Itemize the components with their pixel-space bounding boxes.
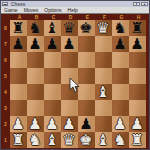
rank-label-1: 1 bbox=[1, 132, 10, 148]
black-pawn-a7: ♟ bbox=[10, 36, 27, 52]
square-e6[interactable] bbox=[78, 52, 95, 68]
board-right-border bbox=[146, 20, 149, 148]
square-d2[interactable]: ♟ bbox=[61, 116, 78, 132]
black-bishop-c8: ♝ bbox=[44, 20, 61, 36]
white-queen-d1: ♛ bbox=[61, 132, 78, 148]
square-g2[interactable]: ♟ bbox=[112, 116, 129, 132]
menu-item-options[interactable]: Options bbox=[44, 7, 61, 13]
square-g7[interactable]: ♟ bbox=[112, 36, 129, 52]
square-c5[interactable] bbox=[44, 68, 61, 84]
white-pawn-b2: ♟ bbox=[27, 116, 44, 132]
white-bishop-c1: ♝ bbox=[44, 132, 61, 148]
rank-label-3: 3 bbox=[1, 100, 10, 116]
square-a4[interactable] bbox=[10, 84, 27, 100]
menu-bar: Game Moves Options Help bbox=[1, 7, 149, 14]
square-a1[interactable]: ♜ bbox=[10, 132, 27, 148]
square-h8[interactable]: ♜ bbox=[129, 20, 146, 36]
black-knight-g8: ♞ bbox=[112, 20, 129, 36]
board-bottom-border bbox=[1, 148, 149, 150]
black-pawn-g7: ♟ bbox=[112, 36, 129, 52]
square-a7[interactable]: ♟ bbox=[10, 36, 27, 52]
square-a2[interactable]: ♟ bbox=[10, 116, 27, 132]
white-knight-g1: ♞ bbox=[112, 132, 129, 148]
square-h4[interactable] bbox=[129, 84, 146, 100]
square-g3[interactable] bbox=[112, 100, 129, 116]
square-h2[interactable]: ♟ bbox=[129, 116, 146, 132]
square-d8[interactable]: ♛ bbox=[61, 20, 78, 36]
square-g4[interactable] bbox=[112, 84, 129, 100]
square-f3[interactable] bbox=[95, 100, 112, 116]
rank-label-5: 5 bbox=[1, 68, 10, 84]
square-d7[interactable]: ♟ bbox=[61, 36, 78, 52]
black-queen-d8: ♛ bbox=[61, 20, 78, 36]
black-pawn-e2: ♟ bbox=[78, 116, 95, 132]
square-e1[interactable]: ♚ bbox=[78, 132, 95, 148]
rank-label-6: 6 bbox=[1, 52, 10, 68]
square-e2[interactable]: ♟ bbox=[78, 116, 95, 132]
square-c7[interactable]: ♟ bbox=[44, 36, 61, 52]
black-pawn-c7: ♟ bbox=[44, 36, 61, 52]
square-b7[interactable]: ♟ bbox=[27, 36, 44, 52]
minimize-button[interactable]: ▼ bbox=[133, 2, 140, 6]
square-e3[interactable] bbox=[78, 100, 95, 116]
square-f2[interactable] bbox=[95, 116, 112, 132]
square-b8[interactable]: ♞ bbox=[27, 20, 44, 36]
square-d6[interactable] bbox=[61, 52, 78, 68]
chess-app-window: ▬ Chess ▼ ▲ Game Moves Options Help ABCD… bbox=[0, 0, 150, 150]
square-b6[interactable] bbox=[27, 52, 44, 68]
white-king-e1: ♚ bbox=[78, 132, 95, 148]
square-e7[interactable] bbox=[78, 36, 95, 52]
square-a8[interactable]: ♜ bbox=[10, 20, 27, 36]
square-d3[interactable] bbox=[61, 100, 78, 116]
white-rook-a1: ♜ bbox=[10, 132, 27, 148]
white-rook-h1: ♜ bbox=[129, 132, 146, 148]
black-pawn-b7: ♟ bbox=[27, 36, 44, 52]
square-f7[interactable] bbox=[95, 36, 112, 52]
square-e5[interactable] bbox=[78, 68, 95, 84]
square-b4[interactable] bbox=[27, 84, 44, 100]
black-rook-a8: ♜ bbox=[10, 20, 27, 36]
black-knight-b8: ♞ bbox=[27, 20, 44, 36]
rank-label-2: 2 bbox=[1, 116, 10, 132]
square-f8[interactable]: ♛ bbox=[95, 20, 112, 36]
menu-item-moves[interactable]: Moves bbox=[24, 7, 39, 13]
square-e8[interactable]: ♚ bbox=[78, 20, 95, 36]
square-b5[interactable] bbox=[27, 68, 44, 84]
black-pawn-h7: ♟ bbox=[129, 36, 146, 52]
white-pawn-g2: ♟ bbox=[112, 116, 129, 132]
black-king-e8: ♚ bbox=[78, 20, 95, 36]
rank-label-4: 4 bbox=[1, 84, 10, 100]
square-h5[interactable] bbox=[129, 68, 146, 84]
rank-label-7: 7 bbox=[1, 36, 10, 52]
white-bishop-f4: ♝ bbox=[95, 84, 112, 100]
white-knight-b1: ♞ bbox=[27, 132, 44, 148]
white-pawn-h2: ♟ bbox=[129, 116, 146, 132]
square-c1[interactable]: ♝ bbox=[44, 132, 61, 148]
maximize-button[interactable]: ▲ bbox=[141, 2, 148, 6]
square-c4[interactable] bbox=[44, 84, 61, 100]
system-menu-button[interactable]: ▬ bbox=[2, 2, 8, 6]
square-g8[interactable]: ♞ bbox=[112, 20, 129, 36]
white-pawn-c2: ♟ bbox=[44, 116, 61, 132]
square-a5[interactable] bbox=[10, 68, 27, 84]
white-bishop-f1: ♝ bbox=[95, 132, 112, 148]
square-f4[interactable]: ♝ bbox=[95, 84, 112, 100]
square-h6[interactable] bbox=[129, 52, 146, 68]
white-pawn-a2: ♟ bbox=[10, 116, 27, 132]
mouse-cursor-icon bbox=[69, 78, 80, 93]
black-pawn-d7: ♟ bbox=[61, 36, 78, 52]
square-f1[interactable]: ♝ bbox=[95, 132, 112, 148]
rank-label-8: 8 bbox=[1, 20, 10, 36]
square-f6[interactable] bbox=[95, 52, 112, 68]
square-h7[interactable]: ♟ bbox=[129, 36, 146, 52]
square-b3[interactable] bbox=[27, 100, 44, 116]
square-c8[interactable]: ♝ bbox=[44, 20, 61, 36]
rank-labels-strip: 87654321 bbox=[1, 20, 10, 148]
square-a6[interactable] bbox=[10, 52, 27, 68]
white-queen-f8: ♛ bbox=[95, 20, 112, 36]
square-b2[interactable]: ♟ bbox=[27, 116, 44, 132]
square-c6[interactable] bbox=[44, 52, 61, 68]
square-g5[interactable] bbox=[112, 68, 129, 84]
square-g1[interactable]: ♞ bbox=[112, 132, 129, 148]
menu-item-game[interactable]: Game bbox=[4, 7, 18, 13]
square-g6[interactable] bbox=[112, 52, 129, 68]
menu-item-help[interactable]: Help bbox=[68, 7, 78, 13]
black-rook-h8: ♜ bbox=[129, 20, 146, 36]
square-c2[interactable]: ♟ bbox=[44, 116, 61, 132]
square-h1[interactable]: ♜ bbox=[129, 132, 146, 148]
square-a3[interactable] bbox=[10, 100, 27, 116]
square-c3[interactable] bbox=[44, 100, 61, 116]
square-b1[interactable]: ♞ bbox=[27, 132, 44, 148]
square-f5[interactable] bbox=[95, 68, 112, 84]
square-e4[interactable] bbox=[78, 84, 95, 100]
square-d1[interactable]: ♛ bbox=[61, 132, 78, 148]
white-pawn-d2: ♟ bbox=[61, 116, 78, 132]
square-h3[interactable] bbox=[129, 100, 146, 116]
